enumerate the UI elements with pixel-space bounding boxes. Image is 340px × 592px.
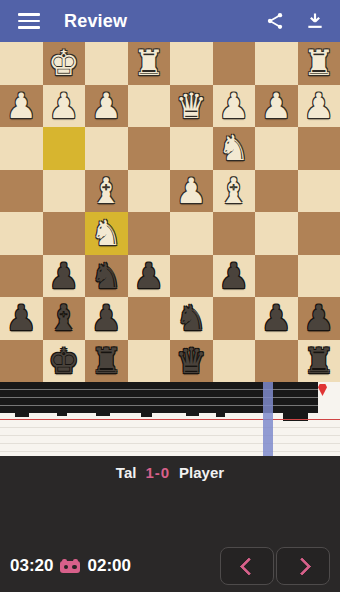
board-square[interactable]: ♞ [170, 297, 213, 340]
hamburger-menu-icon[interactable] [18, 13, 40, 29]
move-cursor[interactable] [263, 382, 273, 456]
previous-move-button[interactable] [220, 547, 274, 585]
download-icon[interactable] [304, 10, 326, 32]
black-queen: ♛ [176, 340, 207, 382]
white-pawn: ♟ [176, 170, 207, 212]
white-bishop: ♝ [91, 170, 122, 212]
black-clock: 02:00 [87, 556, 130, 576]
board-square[interactable]: ♟ [255, 297, 298, 340]
white-pawn: ♟ [303, 85, 334, 127]
board-square[interactable]: ♚ [43, 42, 86, 85]
black-pawn: ♟ [133, 255, 164, 297]
clocks: 03:20 02:00 [10, 556, 131, 576]
evaluation-graph[interactable] [0, 382, 340, 456]
board-square[interactable]: ♟ [43, 85, 86, 128]
board-square[interactable] [298, 170, 340, 213]
black-pawn: ♟ [303, 297, 334, 339]
white-clock: 03:20 [10, 556, 53, 576]
board-square[interactable] [0, 340, 43, 383]
board-square[interactable]: ♟ [298, 297, 340, 340]
board-square[interactable]: ♟ [0, 85, 43, 128]
board-square[interactable] [128, 297, 171, 340]
board-square[interactable]: ♟ [0, 297, 43, 340]
black-pawn: ♟ [91, 297, 122, 339]
white-pawn: ♟ [48, 85, 79, 127]
chess-board[interactable]: ♚♜♜♟♟♟♛♟♟♟♞♝♟♝♞♟♞♟♟♟♝♟♞♟♟♚♜♛♜ [0, 42, 340, 382]
chevron-right-icon [292, 557, 310, 575]
board-square[interactable] [170, 42, 213, 85]
share-icon[interactable] [264, 10, 286, 32]
board-square[interactable] [213, 212, 256, 255]
board-square[interactable]: ♟ [213, 255, 256, 298]
board-square[interactable]: ♞ [85, 255, 128, 298]
board-square[interactable] [128, 212, 171, 255]
board-square[interactable]: ♟ [43, 255, 86, 298]
black-bishop: ♝ [48, 297, 79, 339]
chess-review-app: Review ♚♜♜♟♟♟♛♟♟♟♞♝♟♝♞♟♞♟♟♟♝♟♞♟♟♚♜♛♜ [0, 0, 340, 592]
binoculars-icon [60, 561, 80, 573]
board-square[interactable] [85, 42, 128, 85]
white-pawn: ♟ [6, 85, 37, 127]
board-square[interactable]: ♟ [298, 85, 340, 128]
board-square[interactable]: ♟ [170, 170, 213, 213]
board-square[interactable]: ♟ [85, 85, 128, 128]
board-square[interactable]: ♟ [255, 85, 298, 128]
board-square[interactable] [213, 340, 256, 383]
white-queen: ♛ [176, 85, 207, 127]
board-square[interactable]: ♜ [85, 340, 128, 383]
board-square[interactable] [128, 340, 171, 383]
board-square[interactable] [0, 170, 43, 213]
board-square[interactable] [128, 170, 171, 213]
board-square[interactable] [170, 212, 213, 255]
white-king: ♚ [48, 42, 79, 84]
game-end-marker-icon [318, 384, 327, 396]
next-move-button[interactable] [276, 547, 330, 585]
board-square[interactable] [213, 297, 256, 340]
game-result: 1-0 [145, 464, 170, 481]
black-player-name: Player [179, 464, 224, 481]
board-square[interactable]: ♜ [128, 42, 171, 85]
white-pawn: ♟ [218, 85, 249, 127]
board-square[interactable] [255, 212, 298, 255]
board-square[interactable]: ♟ [213, 85, 256, 128]
board-square[interactable] [255, 127, 298, 170]
board-square[interactable] [298, 255, 340, 298]
black-pawn: ♟ [6, 297, 37, 339]
page-title: Review [64, 11, 127, 32]
black-pawn: ♟ [48, 255, 79, 297]
board-square[interactable] [0, 42, 43, 85]
board-square[interactable] [213, 42, 256, 85]
board-square[interactable]: ♜ [298, 340, 340, 383]
board-square[interactable] [170, 255, 213, 298]
board-square[interactable] [0, 212, 43, 255]
board-square[interactable]: ♛ [170, 340, 213, 383]
board-square[interactable] [43, 170, 86, 213]
board-square[interactable] [43, 127, 86, 170]
board-square[interactable] [128, 127, 171, 170]
white-bishop: ♝ [218, 170, 249, 212]
black-pawn: ♟ [261, 297, 292, 339]
black-knight: ♞ [176, 297, 207, 339]
board-square[interactable]: ♝ [85, 170, 128, 213]
white-rook: ♜ [303, 42, 334, 84]
board-square[interactable]: ♝ [43, 297, 86, 340]
board-square[interactable] [298, 212, 340, 255]
board-square[interactable] [85, 127, 128, 170]
board-square[interactable] [128, 85, 171, 128]
white-rook: ♜ [133, 42, 164, 84]
app-header: Review [0, 0, 340, 42]
white-knight: ♞ [218, 127, 249, 169]
board-square[interactable] [298, 127, 340, 170]
board-square[interactable]: ♛ [170, 85, 213, 128]
result-bar: Tal 1-0 Player [0, 456, 340, 481]
white-pawn: ♟ [261, 85, 292, 127]
board-square[interactable] [0, 127, 43, 170]
board-square[interactable] [255, 170, 298, 213]
zero-eval-line [0, 419, 340, 420]
black-rook: ♜ [91, 340, 122, 382]
board-square[interactable]: ♟ [85, 297, 128, 340]
board-square[interactable]: ♚ [43, 340, 86, 383]
board-square[interactable] [255, 340, 298, 383]
board-square[interactable] [255, 255, 298, 298]
board-square[interactable]: ♟ [128, 255, 171, 298]
bottom-bar: 03:20 02:00 [0, 546, 340, 586]
black-king: ♚ [48, 340, 79, 382]
board-square[interactable]: ♞ [85, 212, 128, 255]
black-rook: ♜ [303, 340, 334, 382]
board-square[interactable] [0, 255, 43, 298]
chevron-left-icon [239, 557, 257, 575]
board-square[interactable] [170, 127, 213, 170]
board-square[interactable]: ♜ [298, 42, 340, 85]
white-pawn: ♟ [91, 85, 122, 127]
black-knight: ♞ [91, 255, 122, 297]
board-square[interactable]: ♝ [213, 170, 256, 213]
board-square[interactable] [43, 212, 86, 255]
white-knight: ♞ [91, 212, 122, 254]
white-player-name: Tal [116, 464, 137, 481]
board-square[interactable] [255, 42, 298, 85]
board-square[interactable]: ♞ [213, 127, 256, 170]
black-pawn: ♟ [218, 255, 249, 297]
